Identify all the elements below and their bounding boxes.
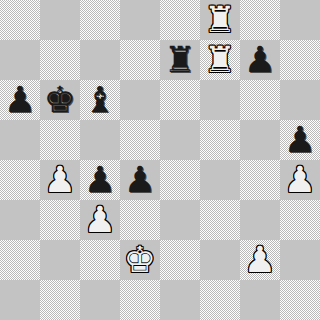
square-c5[interactable] [80, 120, 120, 160]
square-e6[interactable] [160, 80, 200, 120]
piece-black-rook-e7[interactable]: ♜ [160, 40, 200, 80]
square-a1[interactable] [0, 280, 40, 320]
square-g3[interactable] [240, 200, 280, 240]
square-c6[interactable]: ♝ [80, 80, 120, 120]
square-e2[interactable] [160, 240, 200, 280]
square-a8[interactable] [0, 0, 40, 40]
square-e3[interactable] [160, 200, 200, 240]
square-d6[interactable] [120, 80, 160, 120]
square-b6[interactable]: ♚ [40, 80, 80, 120]
square-f2[interactable] [200, 240, 240, 280]
square-h5[interactable]: ♟ [280, 120, 320, 160]
square-b4[interactable]: ♟ [40, 160, 80, 200]
piece-black-pawn-c4[interactable]: ♟ [80, 160, 120, 200]
square-d3[interactable] [120, 200, 160, 240]
square-f4[interactable] [200, 160, 240, 200]
square-e5[interactable] [160, 120, 200, 160]
square-a3[interactable] [0, 200, 40, 240]
square-c8[interactable] [80, 0, 120, 40]
square-b2[interactable] [40, 240, 80, 280]
square-h8[interactable] [280, 0, 320, 40]
piece-white-rook-f7[interactable]: ♜ [200, 40, 240, 80]
piece-white-king-d2[interactable]: ♚ [120, 240, 160, 280]
square-f7[interactable]: ♜ [200, 40, 240, 80]
piece-black-pawn-d4[interactable]: ♟ [120, 160, 160, 200]
square-e8[interactable] [160, 0, 200, 40]
square-h3[interactable] [280, 200, 320, 240]
piece-black-pawn-a6[interactable]: ♟ [0, 80, 40, 120]
piece-black-pawn-h5[interactable]: ♟ [280, 120, 320, 160]
square-d5[interactable] [120, 120, 160, 160]
square-d4[interactable]: ♟ [120, 160, 160, 200]
piece-black-bishop-c6[interactable]: ♝ [80, 80, 120, 120]
piece-black-king-b6[interactable]: ♚ [40, 80, 80, 120]
chess-board: ♜♜♜♟♟♚♝♟♟♟♟♟♟♚♟ [0, 0, 320, 320]
piece-white-pawn-b4[interactable]: ♟ [40, 160, 80, 200]
square-g7[interactable]: ♟ [240, 40, 280, 80]
square-b1[interactable] [40, 280, 80, 320]
square-c4[interactable]: ♟ [80, 160, 120, 200]
square-a5[interactable] [0, 120, 40, 160]
square-e7[interactable]: ♜ [160, 40, 200, 80]
square-d8[interactable] [120, 0, 160, 40]
square-g5[interactable] [240, 120, 280, 160]
square-g6[interactable] [240, 80, 280, 120]
piece-white-rook-f8[interactable]: ♜ [200, 0, 240, 40]
square-h2[interactable] [280, 240, 320, 280]
square-a7[interactable] [0, 40, 40, 80]
square-g2[interactable]: ♟ [240, 240, 280, 280]
square-d2[interactable]: ♚ [120, 240, 160, 280]
square-d1[interactable] [120, 280, 160, 320]
square-f3[interactable] [200, 200, 240, 240]
square-b7[interactable] [40, 40, 80, 80]
square-c7[interactable] [80, 40, 120, 80]
piece-black-pawn-g7[interactable]: ♟ [240, 40, 280, 80]
square-b3[interactable] [40, 200, 80, 240]
square-c3[interactable]: ♟ [80, 200, 120, 240]
piece-white-pawn-c3[interactable]: ♟ [80, 200, 120, 240]
square-g1[interactable] [240, 280, 280, 320]
piece-white-pawn-g2[interactable]: ♟ [240, 240, 280, 280]
square-h6[interactable] [280, 80, 320, 120]
square-a6[interactable]: ♟ [0, 80, 40, 120]
square-c2[interactable] [80, 240, 120, 280]
square-h7[interactable] [280, 40, 320, 80]
square-f8[interactable]: ♜ [200, 0, 240, 40]
square-f5[interactable] [200, 120, 240, 160]
square-d7[interactable] [120, 40, 160, 80]
square-e4[interactable] [160, 160, 200, 200]
square-g4[interactable] [240, 160, 280, 200]
square-h4[interactable]: ♟ [280, 160, 320, 200]
square-f6[interactable] [200, 80, 240, 120]
square-e1[interactable] [160, 280, 200, 320]
square-h1[interactable] [280, 280, 320, 320]
square-g8[interactable] [240, 0, 280, 40]
square-f1[interactable] [200, 280, 240, 320]
square-b8[interactable] [40, 0, 80, 40]
square-a2[interactable] [0, 240, 40, 280]
square-a4[interactable] [0, 160, 40, 200]
square-b5[interactable] [40, 120, 80, 160]
square-c1[interactable] [80, 280, 120, 320]
piece-white-pawn-h4[interactable]: ♟ [280, 160, 320, 200]
